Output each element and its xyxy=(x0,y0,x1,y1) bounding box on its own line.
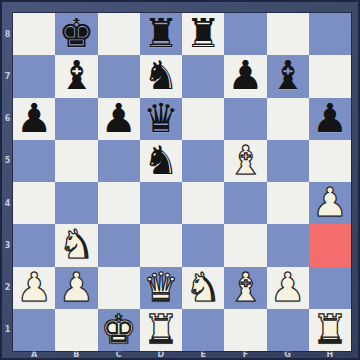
square-c2[interactable] xyxy=(98,267,140,309)
rank-label-7: 7 xyxy=(2,55,13,97)
square-a5[interactable] xyxy=(13,140,55,182)
piece-black-knight: ♞ xyxy=(143,140,179,180)
square-e4[interactable] xyxy=(182,182,224,224)
square-b3[interactable]: ♞ xyxy=(55,224,97,266)
rank-label-4: 4 xyxy=(2,182,13,224)
square-b6[interactable] xyxy=(55,98,97,140)
square-a3[interactable] xyxy=(13,224,55,266)
piece-black-pawn: ♟ xyxy=(312,98,348,138)
square-c5[interactable] xyxy=(98,140,140,182)
rank-label-8: 8 xyxy=(2,13,13,55)
square-g3[interactable] xyxy=(267,224,309,266)
square-h5[interactable] xyxy=(309,140,351,182)
square-f3[interactable] xyxy=(224,224,266,266)
square-d3[interactable] xyxy=(140,224,182,266)
board-frame: 87654321 ABCDEFGH ♚♜♜♝♞♟♝♟♟♛♟♞♝♟♞♟♟♛♞♝♟♚… xyxy=(0,0,360,360)
rank-labels: 87654321 xyxy=(2,13,13,351)
square-e5[interactable] xyxy=(182,140,224,182)
square-h7[interactable] xyxy=(309,55,351,97)
piece-white-knight: ♞ xyxy=(185,267,221,307)
square-f8[interactable] xyxy=(224,13,266,55)
rank-label-1: 1 xyxy=(2,309,13,351)
square-b8[interactable]: ♚ xyxy=(55,13,97,55)
square-f1[interactable] xyxy=(224,309,266,351)
square-h4[interactable]: ♟ xyxy=(309,182,351,224)
piece-white-king: ♚ xyxy=(101,309,137,349)
piece-white-pawn: ♟ xyxy=(270,267,306,307)
piece-black-pawn: ♟ xyxy=(16,98,52,138)
square-d6[interactable]: ♛ xyxy=(140,98,182,140)
square-e8[interactable]: ♜ xyxy=(182,13,224,55)
rank-label-3: 3 xyxy=(2,224,13,266)
square-g5[interactable] xyxy=(267,140,309,182)
piece-black-king: ♚ xyxy=(58,13,94,53)
piece-white-pawn: ♟ xyxy=(58,267,94,307)
square-b2[interactable]: ♟ xyxy=(55,267,97,309)
piece-black-queen: ♛ xyxy=(143,98,179,138)
piece-white-knight: ♞ xyxy=(58,224,94,264)
rank-label-6: 6 xyxy=(2,98,13,140)
piece-white-bishop: ♝ xyxy=(227,267,263,307)
square-c3[interactable] xyxy=(98,224,140,266)
piece-black-bishop: ♝ xyxy=(270,55,306,95)
square-d7[interactable]: ♞ xyxy=(140,55,182,97)
square-d8[interactable]: ♜ xyxy=(140,13,182,55)
square-d5[interactable]: ♞ xyxy=(140,140,182,182)
square-c1[interactable]: ♚ xyxy=(98,309,140,351)
piece-white-pawn: ♟ xyxy=(16,267,52,307)
square-f5[interactable]: ♝ xyxy=(224,140,266,182)
square-c4[interactable] xyxy=(98,182,140,224)
square-g6[interactable] xyxy=(267,98,309,140)
square-c8[interactable] xyxy=(98,13,140,55)
square-a1[interactable] xyxy=(13,309,55,351)
square-a8[interactable] xyxy=(13,13,55,55)
square-d2[interactable]: ♛ xyxy=(140,267,182,309)
piece-white-rook: ♜ xyxy=(312,309,348,349)
piece-black-knight: ♞ xyxy=(143,55,179,95)
square-f6[interactable] xyxy=(224,98,266,140)
piece-black-pawn: ♟ xyxy=(227,55,263,95)
square-g1[interactable] xyxy=(267,309,309,351)
square-f2[interactable]: ♝ xyxy=(224,267,266,309)
square-h8[interactable] xyxy=(309,13,351,55)
piece-white-rook: ♜ xyxy=(143,309,179,349)
square-e1[interactable] xyxy=(182,309,224,351)
square-c6[interactable]: ♟ xyxy=(98,98,140,140)
piece-black-rook: ♜ xyxy=(143,13,179,53)
square-b1[interactable] xyxy=(55,309,97,351)
square-d4[interactable] xyxy=(140,182,182,224)
piece-black-pawn: ♟ xyxy=(101,98,137,138)
square-g2[interactable]: ♟ xyxy=(267,267,309,309)
square-g4[interactable] xyxy=(267,182,309,224)
square-a4[interactable] xyxy=(13,182,55,224)
square-b5[interactable] xyxy=(55,140,97,182)
square-h3[interactable] xyxy=(309,224,351,266)
square-h2[interactable] xyxy=(309,267,351,309)
piece-black-bishop: ♝ xyxy=(58,55,94,95)
square-d1[interactable]: ♜ xyxy=(140,309,182,351)
square-g8[interactable] xyxy=(267,13,309,55)
square-h6[interactable]: ♟ xyxy=(309,98,351,140)
square-b7[interactable]: ♝ xyxy=(55,55,97,97)
square-e2[interactable]: ♞ xyxy=(182,267,224,309)
square-e7[interactable] xyxy=(182,55,224,97)
square-f7[interactable]: ♟ xyxy=(224,55,266,97)
square-a6[interactable]: ♟ xyxy=(13,98,55,140)
square-a2[interactable]: ♟ xyxy=(13,267,55,309)
square-h1[interactable]: ♜ xyxy=(309,309,351,351)
piece-white-pawn: ♟ xyxy=(312,182,348,222)
chess-board: ♚♜♜♝♞♟♝♟♟♛♟♞♝♟♞♟♟♛♞♝♟♚♜♜ xyxy=(13,13,351,351)
square-c7[interactable] xyxy=(98,55,140,97)
piece-black-rook: ♜ xyxy=(185,13,221,53)
square-f4[interactable] xyxy=(224,182,266,224)
square-e3[interactable] xyxy=(182,224,224,266)
square-g7[interactable]: ♝ xyxy=(267,55,309,97)
piece-white-queen: ♛ xyxy=(143,267,179,307)
rank-label-2: 2 xyxy=(2,267,13,309)
square-e6[interactable] xyxy=(182,98,224,140)
square-b4[interactable] xyxy=(55,182,97,224)
piece-white-bishop: ♝ xyxy=(227,140,263,180)
rank-label-5: 5 xyxy=(2,140,13,182)
square-a7[interactable] xyxy=(13,55,55,97)
